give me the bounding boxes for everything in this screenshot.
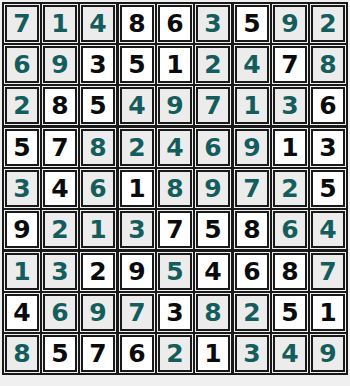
sudoku-cell-r1c8[interactable]: 9 [272, 4, 308, 43]
cell-digit: 7 [89, 341, 106, 366]
cell-digit: 6 [89, 176, 106, 201]
sudoku-cell-r7c5[interactable]: 5 [157, 252, 193, 291]
cell-digit: 1 [281, 135, 298, 160]
sudoku-cell-r6c9[interactable]: 4 [310, 210, 346, 249]
sudoku-box-4: 578346921 [4, 128, 116, 249]
sudoku-cell-r5c2[interactable]: 4 [42, 169, 78, 208]
cell-digit: 4 [13, 300, 30, 325]
sudoku-cell-r3c8[interactable]: 3 [272, 86, 308, 125]
cell-digit: 4 [89, 11, 106, 36]
cell-digit: 8 [243, 217, 260, 242]
sudoku-cell-r8c2[interactable]: 6 [42, 293, 78, 332]
sudoku-box-2: 863512497 [119, 4, 231, 125]
sudoku-cell-r6c2[interactable]: 2 [42, 210, 78, 249]
sudoku-cell-r4c2[interactable]: 7 [42, 128, 78, 167]
cell-digit: 9 [51, 52, 68, 77]
cell-digit: 3 [204, 11, 221, 36]
sudoku-cell-r8c8[interactable]: 5 [272, 293, 308, 332]
sudoku-cell-r4c6[interactable]: 6 [195, 128, 231, 167]
sudoku-cell-r2c2[interactable]: 9 [42, 45, 78, 84]
cell-digit: 8 [281, 259, 298, 284]
sudoku-cell-r2c8[interactable]: 7 [272, 45, 308, 84]
sudoku-cell-r7c3[interactable]: 2 [80, 252, 116, 291]
cell-digit: 1 [51, 11, 68, 36]
sudoku-cell-r2c7[interactable]: 4 [234, 45, 270, 84]
sudoku-cell-r5c1[interactable]: 3 [4, 169, 40, 208]
cell-digit: 9 [319, 341, 336, 366]
cell-digit: 9 [166, 93, 183, 118]
sudoku-cell-r1c9[interactable]: 2 [310, 4, 346, 43]
sudoku-cell-r7c7[interactable]: 6 [234, 252, 270, 291]
cell-digit: 9 [281, 11, 298, 36]
sudoku-cell-r8c7[interactable]: 2 [234, 293, 270, 332]
sudoku-cell-r6c8[interactable]: 6 [272, 210, 308, 249]
sudoku-cell-r3c2[interactable]: 8 [42, 86, 78, 125]
cell-digit: 4 [166, 135, 183, 160]
sudoku-cell-r2c6[interactable]: 2 [195, 45, 231, 84]
sudoku-cell-r3c1[interactable]: 2 [4, 86, 40, 125]
cell-digit: 4 [243, 52, 260, 77]
cell-digit: 2 [319, 11, 336, 36]
cell-digit: 7 [281, 52, 298, 77]
sudoku-cell-r9c6[interactable]: 1 [195, 334, 231, 373]
cell-digit: 7 [51, 135, 68, 160]
cell-digit: 1 [319, 300, 336, 325]
sudoku-cell-r2c3[interactable]: 3 [80, 45, 116, 84]
sudoku-box-6: 913725864 [234, 128, 346, 249]
sudoku-cell-r2c4[interactable]: 5 [119, 45, 155, 84]
sudoku-cell-r8c1[interactable]: 4 [4, 293, 40, 332]
sudoku-cell-r3c9[interactable]: 6 [310, 86, 346, 125]
sudoku-cell-r5c5[interactable]: 8 [157, 169, 193, 208]
sudoku-cell-r7c9[interactable]: 7 [310, 252, 346, 291]
sudoku-cell-r4c1[interactable]: 5 [4, 128, 40, 167]
cell-digit: 4 [204, 259, 221, 284]
sudoku-cell-r1c3[interactable]: 4 [80, 4, 116, 43]
cell-digit: 1 [166, 52, 183, 77]
sudoku-cell-r3c7[interactable]: 1 [234, 86, 270, 125]
sudoku-cell-r7c1[interactable]: 1 [4, 252, 40, 291]
sudoku-cell-r1c2[interactable]: 1 [42, 4, 78, 43]
cell-digit: 1 [204, 341, 221, 366]
sudoku-cell-r9c7[interactable]: 3 [234, 334, 270, 373]
sudoku-cell-r4c9[interactable]: 3 [310, 128, 346, 167]
cell-digit: 9 [204, 176, 221, 201]
sudoku-cell-r4c8[interactable]: 1 [272, 128, 308, 167]
sudoku-cell-r2c1[interactable]: 6 [4, 45, 40, 84]
sudoku-cell-r1c7[interactable]: 5 [234, 4, 270, 43]
sudoku-cell-r6c7[interactable]: 8 [234, 210, 270, 249]
cell-digit: 2 [243, 300, 260, 325]
cell-digit: 3 [51, 259, 68, 284]
sudoku-cell-r6c1[interactable]: 9 [4, 210, 40, 249]
cell-digit: 8 [319, 52, 336, 77]
sudoku-cell-r4c7[interactable]: 9 [234, 128, 270, 167]
sudoku-box-5: 246189375 [119, 128, 231, 249]
sudoku-cell-r5c3[interactable]: 6 [80, 169, 116, 208]
sudoku-cell-r7c4[interactable]: 9 [119, 252, 155, 291]
cell-digit: 3 [89, 52, 106, 77]
sudoku-cell-r9c1[interactable]: 8 [4, 334, 40, 373]
sudoku-app: 7146932858635124975924781365783469212461… [0, 0, 350, 375]
cell-digit: 2 [204, 52, 221, 77]
sudoku-box-3: 592478136 [234, 4, 346, 125]
sudoku-cell-r1c6[interactable]: 3 [195, 4, 231, 43]
sudoku-cell-r4c5[interactable]: 4 [157, 128, 193, 167]
sudoku-box-8: 954738621 [119, 252, 231, 373]
sudoku-cell-r9c5[interactable]: 2 [157, 334, 193, 373]
sudoku-cell-r9c4[interactable]: 6 [119, 334, 155, 373]
cell-digit: 6 [128, 341, 145, 366]
cell-digit: 6 [319, 93, 336, 118]
sudoku-cell-r6c4[interactable]: 3 [119, 210, 155, 249]
cell-digit: 6 [166, 11, 183, 36]
cell-digit: 8 [166, 176, 183, 201]
cell-digit: 3 [319, 135, 336, 160]
sudoku-cell-r7c8[interactable]: 8 [272, 252, 308, 291]
sudoku-cell-r4c4[interactable]: 2 [119, 128, 155, 167]
sudoku-cell-r5c6[interactable]: 9 [195, 169, 231, 208]
sudoku-cell-r5c8[interactable]: 2 [272, 169, 308, 208]
sudoku-cell-r8c9[interactable]: 1 [310, 293, 346, 332]
cell-digit: 7 [243, 176, 260, 201]
cell-digit: 6 [51, 300, 68, 325]
cell-digit: 2 [166, 341, 183, 366]
cell-digit: 3 [128, 217, 145, 242]
sudoku-cell-r9c9[interactable]: 9 [310, 334, 346, 373]
cell-digit: 5 [166, 259, 183, 284]
sudoku-cell-r5c4[interactable]: 1 [119, 169, 155, 208]
sudoku-cell-r6c3[interactable]: 1 [80, 210, 116, 249]
cell-digit: 5 [204, 217, 221, 242]
sudoku-cell-r6c5[interactable]: 7 [157, 210, 193, 249]
cell-digit: 9 [128, 259, 145, 284]
cell-digit: 4 [51, 176, 68, 201]
cell-digit: 5 [89, 93, 106, 118]
cell-digit: 6 [281, 217, 298, 242]
sudoku-cell-r8c3[interactable]: 9 [80, 293, 116, 332]
cell-digit: 6 [243, 259, 260, 284]
cell-digit: 9 [243, 135, 260, 160]
sudoku-cell-r7c2[interactable]: 3 [42, 252, 78, 291]
sudoku-cell-r8c6[interactable]: 8 [195, 293, 231, 332]
cell-digit: 6 [204, 135, 221, 160]
cell-digit: 1 [89, 217, 106, 242]
sudoku-cell-r6c6[interactable]: 5 [195, 210, 231, 249]
cell-digit: 8 [128, 11, 145, 36]
sudoku-box-9: 687251349 [234, 252, 346, 373]
sudoku-board: 7146932858635124975924781365783469212461… [2, 2, 348, 375]
sudoku-cell-r3c5[interactable]: 9 [157, 86, 193, 125]
sudoku-cell-r2c5[interactable]: 1 [157, 45, 193, 84]
cell-digit: 7 [166, 217, 183, 242]
cell-digit: 2 [13, 93, 30, 118]
cell-digit: 4 [319, 217, 336, 242]
cell-digit: 7 [13, 11, 30, 36]
sudoku-cell-r1c1[interactable]: 7 [4, 4, 40, 43]
sudoku-cell-r9c8[interactable]: 4 [272, 334, 308, 373]
sudoku-cell-r4c3[interactable]: 8 [80, 128, 116, 167]
cell-digit: 1 [243, 93, 260, 118]
cell-digit: 3 [166, 300, 183, 325]
cell-digit: 5 [13, 135, 30, 160]
cell-digit: 3 [281, 93, 298, 118]
cell-digit: 7 [319, 259, 336, 284]
cell-digit: 9 [13, 217, 30, 242]
sudoku-cell-r5c7[interactable]: 7 [234, 169, 270, 208]
sudoku-cell-r9c3[interactable]: 7 [80, 334, 116, 373]
cell-digit: 3 [13, 176, 30, 201]
cell-digit: 7 [204, 93, 221, 118]
cell-digit: 3 [243, 341, 260, 366]
sudoku-cell-r1c4[interactable]: 8 [119, 4, 155, 43]
cell-digit: 5 [128, 52, 145, 77]
cell-digit: 5 [281, 300, 298, 325]
cell-digit: 8 [13, 341, 30, 366]
cell-digit: 8 [51, 93, 68, 118]
sudoku-cell-r7c6[interactable]: 4 [195, 252, 231, 291]
sudoku-cell-r8c5[interactable]: 3 [157, 293, 193, 332]
sudoku-cell-r5c9[interactable]: 5 [310, 169, 346, 208]
cell-digit: 5 [243, 11, 260, 36]
sudoku-cell-r3c4[interactable]: 4 [119, 86, 155, 125]
cell-digit: 2 [128, 135, 145, 160]
sudoku-cell-r1c5[interactable]: 6 [157, 4, 193, 43]
cell-digit: 2 [89, 259, 106, 284]
cell-digit: 8 [89, 135, 106, 160]
cell-digit: 5 [51, 341, 68, 366]
sudoku-cell-r8c4[interactable]: 7 [119, 293, 155, 332]
cell-digit: 8 [204, 300, 221, 325]
sudoku-box-1: 714693285 [4, 4, 116, 125]
cell-digit: 9 [89, 300, 106, 325]
cell-digit: 2 [51, 217, 68, 242]
sudoku-cell-r3c3[interactable]: 5 [80, 86, 116, 125]
sudoku-box-7: 132469857 [4, 252, 116, 373]
sudoku-cell-r2c9[interactable]: 8 [310, 45, 346, 84]
sudoku-cell-r9c2[interactable]: 5 [42, 334, 78, 373]
sudoku-cell-r3c6[interactable]: 7 [195, 86, 231, 125]
cell-digit: 4 [281, 341, 298, 366]
cell-digit: 1 [128, 176, 145, 201]
cell-digit: 5 [319, 176, 336, 201]
cell-digit: 6 [13, 52, 30, 77]
cell-digit: 2 [281, 176, 298, 201]
cell-digit: 7 [128, 300, 145, 325]
cell-digit: 1 [13, 259, 30, 284]
cell-digit: 4 [128, 93, 145, 118]
